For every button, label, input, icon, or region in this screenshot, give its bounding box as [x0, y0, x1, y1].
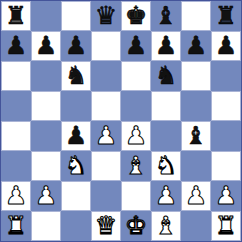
- piece-white-pawn: ♟: [35, 181, 57, 211]
- square-f5[interactable]: [151, 91, 181, 121]
- square-b7[interactable]: ♟: [31, 31, 61, 61]
- square-d8[interactable]: ♛: [91, 1, 121, 31]
- square-c3[interactable]: ♞: [61, 151, 91, 181]
- piece-black-knight: ♞: [155, 61, 177, 91]
- square-d6[interactable]: [91, 61, 121, 91]
- piece-black-bishop: ♝: [155, 1, 177, 31]
- square-d2[interactable]: [91, 181, 121, 211]
- piece-white-pawn: ♟: [215, 181, 237, 211]
- square-h7[interactable]: ♟: [211, 31, 241, 61]
- square-c1[interactable]: [61, 211, 91, 241]
- piece-black-pawn: ♟: [35, 31, 57, 61]
- square-b2[interactable]: ♟: [31, 181, 61, 211]
- piece-black-knight: ♞: [65, 61, 87, 91]
- piece-black-rook: ♜: [215, 1, 237, 31]
- piece-black-rook: ♜: [5, 1, 27, 31]
- square-e4[interactable]: ♟: [121, 121, 151, 151]
- square-c8[interactable]: [61, 1, 91, 31]
- piece-white-king: ♚: [125, 211, 147, 241]
- piece-white-pawn: ♟: [95, 121, 117, 151]
- piece-white-pawn: ♟: [125, 121, 147, 151]
- square-f6[interactable]: ♞: [151, 61, 181, 91]
- square-g8[interactable]: [181, 1, 211, 31]
- piece-black-king: ♚: [125, 1, 147, 31]
- square-f8[interactable]: ♝: [151, 1, 181, 31]
- square-e6[interactable]: [121, 61, 151, 91]
- square-h8[interactable]: ♜: [211, 1, 241, 31]
- square-d5[interactable]: [91, 91, 121, 121]
- square-f2[interactable]: ♟: [151, 181, 181, 211]
- piece-white-pawn: ♟: [155, 181, 177, 211]
- square-a7[interactable]: ♟: [1, 31, 31, 61]
- square-d1[interactable]: ♛: [91, 211, 121, 241]
- square-g4[interactable]: ♝: [181, 121, 211, 151]
- piece-white-pawn: ♟: [5, 181, 27, 211]
- piece-black-pawn: ♟: [215, 31, 237, 61]
- square-e5[interactable]: [121, 91, 151, 121]
- square-b3[interactable]: [31, 151, 61, 181]
- square-e2[interactable]: [121, 181, 151, 211]
- square-g5[interactable]: [181, 91, 211, 121]
- chess-board: ♜♛♚♝♜♟♟♟♟♟♟♟♞♞♟♟♟♝♞♝♞♟♟♟♟♟♜♛♚♝♜: [1, 1, 241, 241]
- square-h6[interactable]: [211, 61, 241, 91]
- square-a2[interactable]: ♟: [1, 181, 31, 211]
- square-b8[interactable]: [31, 1, 61, 31]
- square-h2[interactable]: ♟: [211, 181, 241, 211]
- chess-board-frame: ♜♛♚♝♜♟♟♟♟♟♟♟♞♞♟♟♟♝♞♝♞♟♟♟♟♟♜♛♚♝♜: [0, 0, 242, 242]
- piece-white-rook: ♜: [5, 211, 27, 241]
- piece-white-pawn: ♟: [185, 181, 207, 211]
- piece-white-knight: ♞: [155, 151, 177, 181]
- square-c5[interactable]: [61, 91, 91, 121]
- piece-white-queen: ♛: [95, 211, 117, 241]
- piece-white-bishop: ♝: [155, 211, 177, 241]
- square-a1[interactable]: ♜: [1, 211, 31, 241]
- square-e7[interactable]: ♟: [121, 31, 151, 61]
- square-b4[interactable]: [31, 121, 61, 151]
- square-h5[interactable]: [211, 91, 241, 121]
- square-g3[interactable]: [181, 151, 211, 181]
- square-h4[interactable]: [211, 121, 241, 151]
- square-h3[interactable]: [211, 151, 241, 181]
- square-e3[interactable]: ♝: [121, 151, 151, 181]
- square-a5[interactable]: [1, 91, 31, 121]
- square-e8[interactable]: ♚: [121, 1, 151, 31]
- square-f3[interactable]: ♞: [151, 151, 181, 181]
- piece-black-pawn: ♟: [65, 121, 87, 151]
- square-a3[interactable]: [1, 151, 31, 181]
- piece-white-bishop: ♝: [125, 151, 147, 181]
- piece-black-pawn: ♟: [65, 31, 87, 61]
- square-g2[interactable]: ♟: [181, 181, 211, 211]
- piece-white-knight: ♞: [65, 151, 87, 181]
- square-c4[interactable]: ♟: [61, 121, 91, 151]
- square-g7[interactable]: ♟: [181, 31, 211, 61]
- square-g6[interactable]: [181, 61, 211, 91]
- square-f7[interactable]: ♟: [151, 31, 181, 61]
- piece-black-pawn: ♟: [155, 31, 177, 61]
- square-b5[interactable]: [31, 91, 61, 121]
- square-b6[interactable]: [31, 61, 61, 91]
- piece-black-pawn: ♟: [125, 31, 147, 61]
- square-d7[interactable]: [91, 31, 121, 61]
- square-f4[interactable]: [151, 121, 181, 151]
- square-c7[interactable]: ♟: [61, 31, 91, 61]
- square-d4[interactable]: ♟: [91, 121, 121, 151]
- square-c2[interactable]: [61, 181, 91, 211]
- square-b1[interactable]: [31, 211, 61, 241]
- piece-black-pawn: ♟: [185, 31, 207, 61]
- square-d3[interactable]: [91, 151, 121, 181]
- piece-black-pawn: ♟: [5, 31, 27, 61]
- piece-white-rook: ♜: [215, 211, 237, 241]
- square-g1[interactable]: [181, 211, 211, 241]
- square-e1[interactable]: ♚: [121, 211, 151, 241]
- piece-black-queen: ♛: [95, 1, 117, 31]
- square-h1[interactable]: ♜: [211, 211, 241, 241]
- square-a4[interactable]: [1, 121, 31, 151]
- piece-black-bishop: ♝: [185, 121, 207, 151]
- square-c6[interactable]: ♞: [61, 61, 91, 91]
- square-a6[interactable]: [1, 61, 31, 91]
- square-a8[interactable]: ♜: [1, 1, 31, 31]
- square-f1[interactable]: ♝: [151, 211, 181, 241]
